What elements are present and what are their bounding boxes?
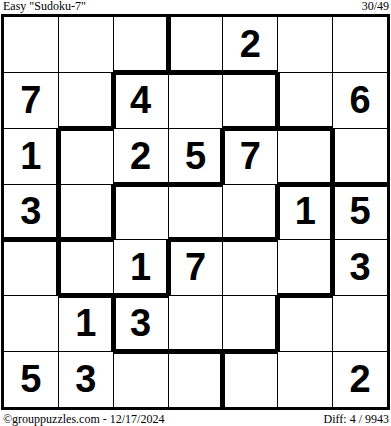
cell-r7c1-given[interactable]: 5: [4, 352, 58, 407]
cell-r3c6[interactable]: [278, 129, 332, 184]
cell-r1c1[interactable]: [4, 17, 58, 72]
cell-r7c2-given[interactable]: 3: [59, 352, 113, 407]
cell-r3c7[interactable]: [333, 129, 387, 184]
cell-r1c2[interactable]: [59, 17, 113, 72]
cell-r6c3-given[interactable]: 3: [114, 296, 168, 351]
cell-r7c3[interactable]: [114, 352, 168, 407]
given-counter: 30/49: [362, 0, 389, 13]
cell-r3c3-given[interactable]: 2: [114, 129, 168, 184]
cell-r5c5[interactable]: [223, 240, 277, 295]
difficulty-text: Diff: 4 / 9943: [324, 412, 389, 426]
cell-r2c6[interactable]: [278, 73, 332, 128]
cell-r4c6-given[interactable]: 1: [278, 185, 332, 240]
cell-r6c5[interactable]: [223, 296, 277, 351]
cell-r6c1[interactable]: [4, 296, 58, 351]
cell-r1c4[interactable]: [169, 17, 223, 72]
cell-r3c5-given[interactable]: 7: [223, 129, 277, 184]
cell-r1c3[interactable]: [114, 17, 168, 72]
cell-r1c7[interactable]: [333, 17, 387, 72]
cell-r6c6[interactable]: [278, 296, 332, 351]
cell-r5c7-given[interactable]: 3: [333, 240, 387, 295]
cell-r5c4-given[interactable]: 7: [169, 240, 223, 295]
cell-r2c4[interactable]: [169, 73, 223, 128]
cell-r6c7[interactable]: [333, 296, 387, 351]
cell-r5c3-given[interactable]: 1: [114, 240, 168, 295]
cell-r2c3-given[interactable]: 4: [114, 73, 168, 128]
cell-r3c1-given[interactable]: 1: [4, 129, 58, 184]
cell-r6c2-given[interactable]: 1: [59, 296, 113, 351]
footer: ©grouppuzzles.com - 12/17/2024 Diff: 4 /…: [3, 411, 389, 426]
cell-r7c6[interactable]: [278, 352, 332, 407]
header: Easy "Sudoku-7" 30/49: [3, 0, 389, 13]
cell-r4c4[interactable]: [169, 185, 223, 240]
cell-r2c7-given[interactable]: 6: [333, 73, 387, 128]
cell-r6c4[interactable]: [169, 296, 223, 351]
cell-r4c2[interactable]: [59, 185, 113, 240]
cell-r5c2[interactable]: [59, 240, 113, 295]
cell-r1c6[interactable]: [278, 17, 332, 72]
cell-r4c7-given[interactable]: 5: [333, 185, 387, 240]
cell-r7c4[interactable]: [169, 352, 223, 407]
cell-r3c2[interactable]: [59, 129, 113, 184]
cell-r7c7-given[interactable]: 2: [333, 352, 387, 407]
cell-r4c1-given[interactable]: 3: [4, 185, 58, 240]
cell-r7c5[interactable]: [223, 352, 277, 407]
cell-r4c5[interactable]: [223, 185, 277, 240]
cell-r3c4-given[interactable]: 5: [169, 129, 223, 184]
cell-r2c2[interactable]: [59, 73, 113, 128]
cell-r2c5[interactable]: [223, 73, 277, 128]
cell-r5c1[interactable]: [4, 240, 58, 295]
copyright-text: ©grouppuzzles.com - 12/17/2024: [3, 412, 164, 426]
cell-r4c3[interactable]: [114, 185, 168, 240]
puzzle-title: Easy "Sudoku-7": [3, 0, 86, 13]
cell-r1c5-given[interactable]: 2: [223, 17, 277, 72]
cell-r2c1-given[interactable]: 7: [4, 73, 58, 128]
page: { "game": "sudoku-7 (7x7 irregular jigsa…: [0, 0, 391, 426]
sudoku-board: 2746125731517313532: [1, 14, 390, 410]
cell-r5c6[interactable]: [278, 240, 332, 295]
